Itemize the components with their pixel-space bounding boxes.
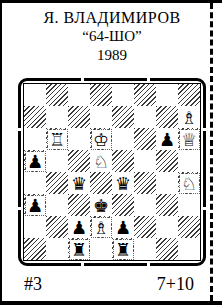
piece-white-knight-d5: ♘: [92, 152, 111, 171]
square-g3: [156, 194, 178, 216]
diagram-page: Я. ВЛАДИМИРОВ “64-ШО” 1989 ♗♖♔♟♕♟♘♛♛♘♟♚♟…: [0, 0, 222, 305]
square-e8: [112, 84, 134, 106]
square-a5: ♟: [24, 150, 46, 172]
piece-black-king-d3: ♚: [92, 196, 111, 215]
square-c6: [68, 128, 90, 150]
square-e4: ♛: [112, 172, 134, 194]
page-cut-dashed-line: [210, 3, 213, 301]
piece-black-pawn-e2: ♟: [114, 218, 133, 237]
square-c3: [68, 194, 90, 216]
square-e2: ♟: [112, 216, 134, 238]
square-d5: ♘: [90, 150, 112, 172]
square-c2: ♟: [68, 216, 90, 238]
frame-notch: [18, 207, 21, 210]
stipulation: #3: [24, 274, 42, 295]
frame-notch: [203, 207, 206, 210]
square-b4: [46, 172, 68, 194]
frame-notch: [18, 128, 21, 131]
piece-white-bishop-d2: ♗: [92, 218, 111, 237]
frame-notch: [147, 78, 150, 81]
square-a7: [24, 106, 46, 128]
square-b8: [46, 84, 68, 106]
square-h2: [178, 216, 200, 238]
square-f7: [134, 106, 156, 128]
chess-board-frame: ♗♖♔♟♕♟♘♛♛♘♟♚♟♗♟♜♜: [18, 78, 206, 266]
piece-black-pawn-c2: ♟: [70, 218, 89, 237]
piece-white-bishop-h7: ♗: [180, 108, 199, 127]
square-d4: [90, 172, 112, 194]
square-g4: [156, 172, 178, 194]
piece-black-pawn-a3: ♟: [26, 196, 45, 215]
square-c7: [68, 106, 90, 128]
diagram-footer: #3 7+10: [2, 266, 222, 295]
square-f5: [134, 150, 156, 172]
square-h5: [178, 150, 200, 172]
square-e7: [112, 106, 134, 128]
square-h4: ♘: [178, 172, 200, 194]
square-d2: ♗: [90, 216, 112, 238]
square-g1: [156, 238, 178, 260]
square-h8: [178, 84, 200, 106]
square-h7: ♗: [178, 106, 200, 128]
square-e1: ♜: [112, 238, 134, 260]
composer-name: Я. ВЛАДИМИРОВ: [2, 8, 222, 27]
square-b6: ♖: [46, 128, 68, 150]
square-f4: [134, 172, 156, 194]
square-b7: [46, 106, 68, 128]
square-f6: [134, 128, 156, 150]
square-g6: ♟: [156, 128, 178, 150]
square-d7: [90, 106, 112, 128]
square-d6: ♔: [90, 128, 112, 150]
square-a8: [24, 84, 46, 106]
square-b1: [46, 238, 68, 260]
piece-black-rook-e1: ♜: [114, 240, 133, 259]
square-d1: [90, 238, 112, 260]
frame-notch: [81, 263, 84, 266]
piece-white-queen-h6: ♕: [180, 130, 199, 149]
square-a6: [24, 128, 46, 150]
square-e5: [112, 150, 134, 172]
piece-black-queen-c4: ♛: [70, 174, 89, 193]
square-c4: ♛: [68, 172, 90, 194]
square-g8: [156, 84, 178, 106]
frame-notch: [147, 263, 150, 266]
square-g7: [156, 106, 178, 128]
square-a2: [24, 216, 46, 238]
piece-black-queen-e4: ♛: [114, 174, 133, 193]
square-d3: ♚: [90, 194, 112, 216]
square-b5: [46, 150, 68, 172]
square-f2: [134, 216, 156, 238]
square-a4: [24, 172, 46, 194]
square-h3: [178, 194, 200, 216]
square-b3: [46, 194, 68, 216]
square-h1: [178, 238, 200, 260]
piece-white-king-d6: ♔: [92, 130, 111, 149]
square-g5: [156, 150, 178, 172]
square-f3: [134, 194, 156, 216]
source-name: “64-ШО”: [2, 27, 222, 46]
piece-white-knight-h4: ♘: [180, 174, 199, 193]
square-e3: [112, 194, 134, 216]
publication-year: 1989: [2, 46, 222, 65]
material-count: 7+10: [157, 274, 194, 295]
diagram-header: Я. ВЛАДИМИРОВ “64-ШО” 1989: [2, 3, 222, 65]
piece-black-rook-c1: ♜: [70, 240, 89, 259]
square-a3: ♟: [24, 194, 46, 216]
square-a1: [24, 238, 46, 260]
square-c8: [68, 84, 90, 106]
piece-black-pawn-g6: ♟: [158, 130, 177, 149]
square-e6: [112, 128, 134, 150]
square-c5: [68, 150, 90, 172]
piece-black-pawn-a5: ♟: [26, 152, 45, 171]
square-g2: [156, 216, 178, 238]
square-f1: [134, 238, 156, 260]
square-d8: [90, 84, 112, 106]
square-h6: ♕: [178, 128, 200, 150]
square-c1: ♜: [68, 238, 90, 260]
piece-white-rook-b6: ♖: [48, 130, 67, 149]
square-b2: [46, 216, 68, 238]
chess-board: ♗♖♔♟♕♟♘♛♛♘♟♚♟♗♟♜♜: [23, 83, 201, 261]
frame-notch: [203, 128, 206, 131]
frame-notch: [81, 78, 84, 81]
square-f8: [134, 84, 156, 106]
